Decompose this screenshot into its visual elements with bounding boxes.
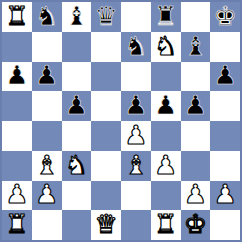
square-e1[interactable] xyxy=(121,210,151,240)
piece-white-pawn[interactable]: ♟ xyxy=(184,181,207,207)
square-b2[interactable]: ♟ xyxy=(32,181,62,211)
square-f3[interactable]: ♟ xyxy=(151,151,181,181)
square-a6[interactable]: ♟ xyxy=(2,62,32,92)
square-d5[interactable] xyxy=(91,91,121,121)
square-h5[interactable] xyxy=(210,91,240,121)
square-e8[interactable] xyxy=(121,2,151,32)
piece-white-bishop[interactable]: ♝ xyxy=(35,152,58,178)
piece-black-knight[interactable]: ♞ xyxy=(35,3,58,29)
square-b7[interactable] xyxy=(32,32,62,62)
piece-white-bishop[interactable]: ♝ xyxy=(124,152,147,178)
piece-white-pawn[interactable]: ♟ xyxy=(5,181,28,207)
piece-black-knight[interactable]: ♞ xyxy=(124,33,147,59)
piece-white-pawn[interactable]: ♟ xyxy=(213,181,236,207)
square-b1[interactable] xyxy=(32,210,62,240)
square-c5[interactable]: ♟ xyxy=(62,91,92,121)
square-a8[interactable]: ♜ xyxy=(2,2,32,32)
square-h4[interactable] xyxy=(210,121,240,151)
piece-white-king[interactable]: ♚ xyxy=(184,211,207,237)
square-c6[interactable] xyxy=(62,62,92,92)
square-h3[interactable] xyxy=(210,151,240,181)
piece-white-knight[interactable]: ♞ xyxy=(154,33,177,59)
square-a5[interactable] xyxy=(2,91,32,121)
square-c2[interactable] xyxy=(62,181,92,211)
square-e3[interactable]: ♝ xyxy=(121,151,151,181)
piece-black-pawn[interactable]: ♟ xyxy=(124,92,147,118)
piece-black-king[interactable]: ♚ xyxy=(213,3,236,29)
square-g3[interactable] xyxy=(181,151,211,181)
piece-white-pawn[interactable]: ♟ xyxy=(124,122,147,148)
piece-white-rook[interactable]: ♜ xyxy=(5,211,28,237)
piece-black-pawn[interactable]: ♟ xyxy=(184,92,207,118)
square-a2[interactable]: ♟ xyxy=(2,181,32,211)
square-b5[interactable] xyxy=(32,91,62,121)
square-b4[interactable] xyxy=(32,121,62,151)
square-h8[interactable]: ♚ xyxy=(210,2,240,32)
piece-white-knight[interactable]: ♞ xyxy=(65,152,88,178)
square-b6[interactable]: ♟ xyxy=(32,62,62,92)
square-f2[interactable] xyxy=(151,181,181,211)
square-d1[interactable]: ♛ xyxy=(91,210,121,240)
square-d3[interactable] xyxy=(91,151,121,181)
piece-black-bishop[interactable]: ♝ xyxy=(65,3,88,29)
piece-white-rook[interactable]: ♜ xyxy=(5,3,28,29)
square-d8[interactable]: ♛ xyxy=(91,2,121,32)
square-e5[interactable]: ♟ xyxy=(121,91,151,121)
square-d4[interactable] xyxy=(91,121,121,151)
square-c3[interactable]: ♞ xyxy=(62,151,92,181)
piece-black-pawn[interactable]: ♟ xyxy=(213,62,236,88)
piece-black-pawn[interactable]: ♟ xyxy=(5,62,28,88)
square-e2[interactable] xyxy=(121,181,151,211)
square-c1[interactable] xyxy=(62,210,92,240)
square-b3[interactable]: ♝ xyxy=(32,151,62,181)
chess-board-container: ♜♞♝♛♜♚♞♞♝♟♟♟♟♟♟♟♟♝♞♝♟♟♟♟♟♜♛♜♚ xyxy=(0,0,242,242)
square-f8[interactable]: ♜ xyxy=(151,2,181,32)
square-c4[interactable] xyxy=(62,121,92,151)
piece-black-rook[interactable]: ♜ xyxy=(154,3,177,29)
square-b8[interactable]: ♞ xyxy=(32,2,62,32)
piece-black-pawn[interactable]: ♟ xyxy=(35,62,58,88)
square-f7[interactable]: ♞ xyxy=(151,32,181,62)
square-h6[interactable]: ♟ xyxy=(210,62,240,92)
square-g8[interactable] xyxy=(181,2,211,32)
square-h1[interactable] xyxy=(210,210,240,240)
piece-white-rook[interactable]: ♜ xyxy=(154,211,177,237)
square-c8[interactable]: ♝ xyxy=(62,2,92,32)
square-g2[interactable]: ♟ xyxy=(181,181,211,211)
piece-black-pawn[interactable]: ♟ xyxy=(154,92,177,118)
square-a4[interactable] xyxy=(2,121,32,151)
square-f6[interactable] xyxy=(151,62,181,92)
square-h7[interactable] xyxy=(210,32,240,62)
square-e4[interactable]: ♟ xyxy=(121,121,151,151)
square-g1[interactable]: ♚ xyxy=(181,210,211,240)
square-g5[interactable]: ♟ xyxy=(181,91,211,121)
piece-white-pawn[interactable]: ♟ xyxy=(154,152,177,178)
square-e7[interactable]: ♞ xyxy=(121,32,151,62)
square-a3[interactable] xyxy=(2,151,32,181)
square-h2[interactable]: ♟ xyxy=(210,181,240,211)
square-f4[interactable] xyxy=(151,121,181,151)
piece-white-queen[interactable]: ♛ xyxy=(94,211,117,237)
chess-board: ♜♞♝♛♜♚♞♞♝♟♟♟♟♟♟♟♟♝♞♝♟♟♟♟♟♜♛♜♚ xyxy=(0,0,242,242)
piece-white-pawn[interactable]: ♟ xyxy=(35,181,58,207)
square-d2[interactable] xyxy=(91,181,121,211)
square-a7[interactable] xyxy=(2,32,32,62)
square-d7[interactable] xyxy=(91,32,121,62)
square-f5[interactable]: ♟ xyxy=(151,91,181,121)
square-f1[interactable]: ♜ xyxy=(151,210,181,240)
square-d6[interactable] xyxy=(91,62,121,92)
piece-black-queen[interactable]: ♛ xyxy=(94,3,117,29)
square-g4[interactable] xyxy=(181,121,211,151)
square-c7[interactable] xyxy=(62,32,92,62)
square-a1[interactable]: ♜ xyxy=(2,210,32,240)
piece-black-bishop[interactable]: ♝ xyxy=(184,33,207,59)
square-e6[interactable] xyxy=(121,62,151,92)
piece-black-pawn[interactable]: ♟ xyxy=(65,92,88,118)
square-g6[interactable] xyxy=(181,62,211,92)
square-g7[interactable]: ♝ xyxy=(181,32,211,62)
